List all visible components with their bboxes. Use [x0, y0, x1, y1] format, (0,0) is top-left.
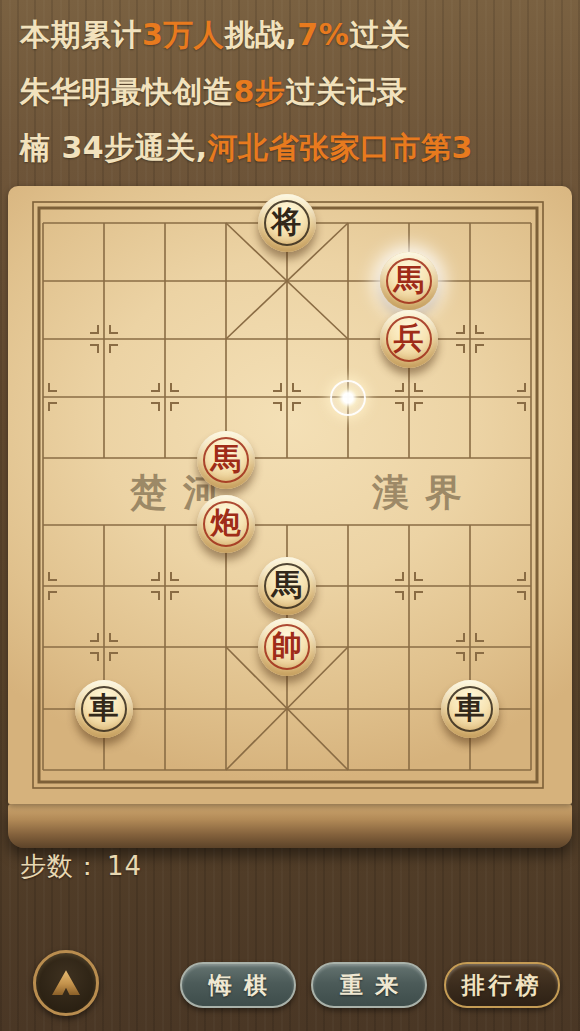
- piece-red-cannon[interactable]: 炮: [197, 495, 255, 553]
- board-front-edge: [8, 804, 572, 848]
- stats-highlight: 7%: [297, 17, 349, 52]
- piece-glyph: 馬: [272, 570, 302, 600]
- stats-line-challengers: 本期累计3万人挑战,7%过关: [20, 15, 410, 56]
- gold-peak-arrow-icon: [46, 963, 86, 1003]
- stats-highlight: 河北省张家口市第3: [208, 130, 473, 165]
- xiangqi-app-screen: 本期累计3万人挑战,7%过关 朱华明最快创造8步过关记录 楠 34步通关,河北省…: [0, 0, 580, 1031]
- undo-move-button[interactable]: 悔棋: [180, 962, 296, 1008]
- piece-glyph: 兵: [394, 323, 424, 353]
- piece-glyph: 馬: [211, 444, 241, 474]
- restart-button[interactable]: 重来: [311, 962, 427, 1008]
- stats-text: 朱华明最快创造: [20, 74, 234, 109]
- stats-line-player: 楠 34步通关,河北省张家口市第3: [20, 128, 473, 169]
- stats-line-record: 朱华明最快创造8步过关记录: [20, 72, 407, 113]
- piece-glyph: 帥: [272, 631, 302, 661]
- stats-text: 楠 34步通关,: [20, 130, 208, 165]
- target-cursor: [330, 380, 366, 416]
- scroll-top-button[interactable]: [33, 950, 99, 1016]
- step-counter: 步数：14: [20, 849, 142, 884]
- piece-glyph: 車: [89, 693, 119, 723]
- piece-red-horse[interactable]: 馬: [197, 431, 255, 489]
- piece-red-general[interactable]: 帥: [258, 618, 316, 676]
- piece-black-horse[interactable]: 馬: [258, 557, 316, 615]
- stats-text: 过关: [349, 17, 410, 52]
- piece-black-chariot[interactable]: 車: [75, 680, 133, 738]
- step-counter-value: 14: [107, 851, 142, 881]
- board-intersections-grid: 将馬兵馬炮馬帥車車: [12, 194, 561, 799]
- stats-text: 本期累计: [20, 17, 142, 52]
- piece-glyph: 車: [455, 693, 485, 723]
- piece-glyph: 馬: [394, 265, 424, 295]
- step-counter-label: 步数：: [20, 851, 101, 881]
- piece-black-chariot[interactable]: 車: [441, 680, 499, 738]
- piece-black-general[interactable]: 将: [258, 194, 316, 252]
- piece-glyph: 炮: [211, 508, 241, 538]
- piece-glyph: 将: [272, 207, 302, 237]
- piece-red-soldier[interactable]: 兵: [380, 310, 438, 368]
- stats-text: 过关记录: [285, 74, 407, 109]
- stats-highlight: 8步: [234, 74, 286, 109]
- piece-red-horse[interactable]: 馬: [380, 252, 438, 310]
- stats-highlight: 3万人: [142, 17, 224, 52]
- stats-text: 挑战,: [224, 17, 297, 52]
- leaderboard-button[interactable]: 排行榜: [444, 962, 560, 1008]
